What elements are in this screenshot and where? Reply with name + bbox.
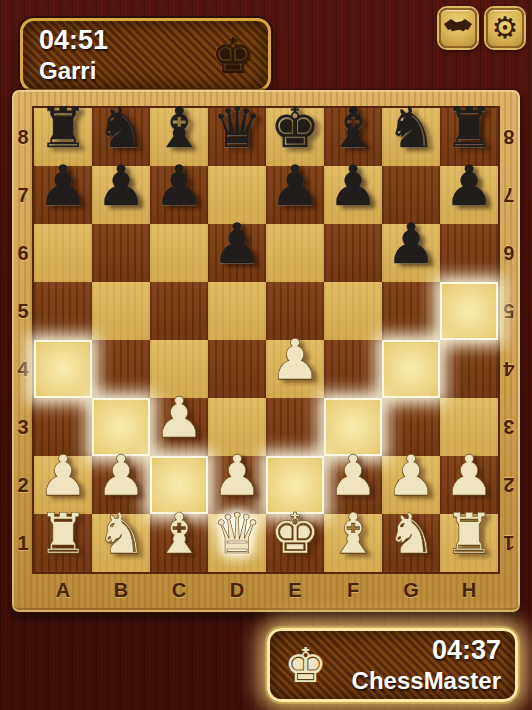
square-b1[interactable]: ♞ bbox=[92, 514, 150, 572]
piece-white-pawn[interactable]: ♟ bbox=[212, 447, 262, 505]
rank-labels-right: 87654321 bbox=[498, 108, 520, 572]
square-h6[interactable] bbox=[440, 224, 498, 282]
piece-black-pawn[interactable]: ♟ bbox=[38, 157, 88, 215]
player-info: 04:37 ChessMaster bbox=[352, 635, 501, 695]
piece-white-king[interactable]: ♚ bbox=[270, 505, 320, 563]
square-a1[interactable]: ♜ bbox=[34, 514, 92, 572]
square-e3[interactable] bbox=[266, 398, 324, 456]
piece-white-bishop[interactable]: ♝ bbox=[328, 505, 378, 563]
square-h4[interactable] bbox=[440, 340, 498, 398]
square-g5[interactable] bbox=[382, 282, 440, 340]
piece-white-knight[interactable]: ♞ bbox=[386, 505, 436, 563]
piece-white-rook[interactable]: ♜ bbox=[444, 505, 494, 563]
square-b6[interactable] bbox=[92, 224, 150, 282]
piece-white-queen[interactable]: ♛ bbox=[212, 505, 262, 563]
opponent-name: Garri bbox=[39, 57, 108, 85]
square-a7[interactable]: ♟ bbox=[34, 166, 92, 224]
piece-white-knight[interactable]: ♞ bbox=[96, 505, 146, 563]
piece-white-pawn[interactable]: ♟ bbox=[270, 331, 320, 389]
rank-label-6: 6 bbox=[12, 224, 34, 282]
piece-white-bishop[interactable]: ♝ bbox=[154, 505, 204, 563]
file-label-f: F bbox=[324, 572, 382, 612]
file-label-g: G bbox=[382, 572, 440, 612]
piece-black-rook[interactable]: ♜ bbox=[444, 99, 494, 157]
board-squares: ♜♞♝♛♚♝♞♜♟♟♟♟♟♟♟♟♟♟♟♟♟♟♟♟♜♞♝♛♚♝♞♜ bbox=[34, 108, 498, 572]
square-c5[interactable] bbox=[150, 282, 208, 340]
piece-white-rook[interactable]: ♜ bbox=[38, 505, 88, 563]
rank-label-5: 5 bbox=[12, 282, 34, 340]
piece-black-king[interactable]: ♚ bbox=[270, 99, 320, 157]
piece-black-queen[interactable]: ♛ bbox=[212, 99, 262, 157]
piece-white-pawn[interactable]: ♟ bbox=[38, 447, 88, 505]
rank-label-right-6: 6 bbox=[498, 224, 520, 282]
app-screen: 04:51 Garri ♚ ⚙ 876543 bbox=[0, 0, 532, 710]
square-b4[interactable] bbox=[92, 340, 150, 398]
file-label-c: C bbox=[150, 572, 208, 612]
square-e1[interactable]: ♚ bbox=[266, 514, 324, 572]
piece-black-knight[interactable]: ♞ bbox=[96, 99, 146, 157]
piece-black-pawn[interactable]: ♟ bbox=[328, 157, 378, 215]
piece-black-pawn[interactable]: ♟ bbox=[96, 157, 146, 215]
file-label-d: D bbox=[208, 572, 266, 612]
square-f4[interactable] bbox=[324, 340, 382, 398]
square-f6[interactable] bbox=[324, 224, 382, 282]
square-g6[interactable]: ♟ bbox=[382, 224, 440, 282]
rank-label-right-5: 5 bbox=[498, 282, 520, 340]
square-h5[interactable] bbox=[440, 282, 498, 340]
square-d5[interactable] bbox=[208, 282, 266, 340]
opponent-info: 04:51 Garri bbox=[39, 25, 108, 85]
square-c1[interactable]: ♝ bbox=[150, 514, 208, 572]
rank-label-right-7: 7 bbox=[498, 166, 520, 224]
file-label-b: B bbox=[92, 572, 150, 612]
file-label-a: A bbox=[34, 572, 92, 612]
square-b5[interactable] bbox=[92, 282, 150, 340]
piece-white-pawn[interactable]: ♟ bbox=[444, 447, 494, 505]
piece-black-pawn[interactable]: ♟ bbox=[270, 157, 320, 215]
player-panel: ♚ 04:37 ChessMaster bbox=[267, 628, 518, 702]
rank-label-right-2: 2 bbox=[498, 456, 520, 514]
square-g8[interactable]: ♞ bbox=[382, 108, 440, 166]
rank-labels-left: 87654321 bbox=[12, 108, 34, 572]
square-f1[interactable]: ♝ bbox=[324, 514, 382, 572]
square-d1[interactable]: ♛ bbox=[208, 514, 266, 572]
rank-label-8: 8 bbox=[12, 108, 34, 166]
player-clock: 04:37 bbox=[352, 635, 501, 667]
rank-label-4: 4 bbox=[12, 340, 34, 398]
piece-black-bishop[interactable]: ♝ bbox=[154, 99, 204, 157]
piece-black-knight[interactable]: ♞ bbox=[386, 99, 436, 157]
square-c3[interactable]: ♟ bbox=[150, 398, 208, 456]
draw-offer-button[interactable] bbox=[439, 8, 477, 48]
piece-white-pawn[interactable]: ♟ bbox=[96, 447, 146, 505]
rank-label-right-3: 3 bbox=[498, 398, 520, 456]
rank-label-right-1: 1 bbox=[498, 514, 520, 572]
opponent-clock: 04:51 bbox=[39, 25, 108, 57]
square-c6[interactable] bbox=[150, 224, 208, 282]
piece-white-pawn[interactable]: ♟ bbox=[154, 389, 204, 447]
player-name: ChessMaster bbox=[352, 667, 501, 695]
piece-white-pawn[interactable]: ♟ bbox=[386, 447, 436, 505]
file-labels: ABCDEFGH bbox=[34, 572, 498, 612]
gear-icon: ⚙ bbox=[492, 13, 519, 43]
piece-white-pawn[interactable]: ♟ bbox=[328, 447, 378, 505]
settings-button[interactable]: ⚙ bbox=[486, 8, 524, 48]
square-e4[interactable]: ♟ bbox=[266, 340, 324, 398]
square-g4[interactable] bbox=[382, 340, 440, 398]
rank-label-1: 1 bbox=[12, 514, 34, 572]
file-label-e: E bbox=[266, 572, 324, 612]
square-a5[interactable] bbox=[34, 282, 92, 340]
piece-black-pawn[interactable]: ♟ bbox=[444, 157, 494, 215]
square-d6[interactable]: ♟ bbox=[208, 224, 266, 282]
square-e6[interactable] bbox=[266, 224, 324, 282]
square-e7[interactable]: ♟ bbox=[266, 166, 324, 224]
piece-black-pawn[interactable]: ♟ bbox=[154, 157, 204, 215]
square-f5[interactable] bbox=[324, 282, 382, 340]
rank-label-right-4: 4 bbox=[498, 340, 520, 398]
piece-black-rook[interactable]: ♜ bbox=[38, 99, 88, 157]
piece-black-pawn[interactable]: ♟ bbox=[212, 215, 262, 273]
piece-black-pawn[interactable]: ♟ bbox=[386, 215, 436, 273]
square-a6[interactable] bbox=[34, 224, 92, 282]
square-g1[interactable]: ♞ bbox=[382, 514, 440, 572]
black-king-icon: ♚ bbox=[211, 31, 254, 79]
square-b7[interactable]: ♟ bbox=[92, 166, 150, 224]
rank-label-2: 2 bbox=[12, 456, 34, 514]
square-a4[interactable] bbox=[34, 340, 92, 398]
square-c7[interactable]: ♟ bbox=[150, 166, 208, 224]
opponent-panel: 04:51 Garri ♚ bbox=[20, 18, 271, 92]
square-h1[interactable]: ♜ bbox=[440, 514, 498, 572]
handshake-icon bbox=[444, 16, 472, 41]
rank-label-7: 7 bbox=[12, 166, 34, 224]
square-f7[interactable]: ♟ bbox=[324, 166, 382, 224]
rank-label-3: 3 bbox=[12, 398, 34, 456]
piece-black-bishop[interactable]: ♝ bbox=[328, 99, 378, 157]
square-d8[interactable]: ♛ bbox=[208, 108, 266, 166]
file-label-h: H bbox=[440, 572, 498, 612]
toolbar: ⚙ bbox=[439, 8, 524, 48]
square-h7[interactable]: ♟ bbox=[440, 166, 498, 224]
chess-board: 87654321 87654321 ABCDEFGH ♜♞♝♛♚♝♞♜♟♟♟♟♟… bbox=[12, 90, 520, 612]
rank-label-right-8: 8 bbox=[498, 108, 520, 166]
square-d4[interactable] bbox=[208, 340, 266, 398]
white-king-icon: ♚ bbox=[284, 641, 327, 689]
